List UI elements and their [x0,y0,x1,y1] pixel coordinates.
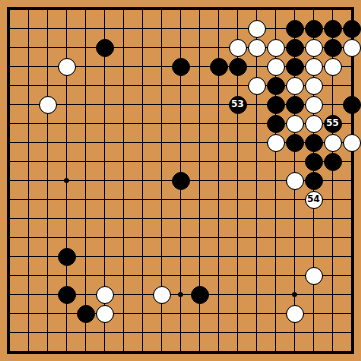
intersection[interactable] [342,19,361,38]
intersection[interactable] [57,304,76,323]
intersection[interactable] [285,228,304,247]
intersection[interactable] [57,266,76,285]
intersection[interactable] [190,285,209,304]
intersection[interactable] [247,133,266,152]
intersection[interactable] [190,342,209,361]
intersection[interactable] [323,0,342,19]
intersection[interactable] [304,19,323,38]
intersection[interactable] [133,57,152,76]
intersection[interactable] [0,114,19,133]
intersection[interactable] [285,19,304,38]
intersection[interactable] [266,266,285,285]
intersection[interactable] [171,57,190,76]
intersection[interactable] [133,95,152,114]
intersection[interactable] [209,285,228,304]
intersection[interactable] [152,266,171,285]
intersection[interactable] [57,57,76,76]
intersection[interactable] [342,38,361,57]
intersection[interactable] [209,152,228,171]
intersection[interactable] [247,228,266,247]
intersection[interactable] [76,209,95,228]
intersection[interactable] [323,57,342,76]
intersection[interactable] [171,190,190,209]
intersection[interactable] [323,190,342,209]
intersection[interactable] [19,38,38,57]
intersection[interactable] [209,209,228,228]
intersection[interactable] [190,0,209,19]
intersection[interactable] [228,76,247,95]
intersection[interactable] [0,209,19,228]
intersection[interactable] [190,19,209,38]
intersection[interactable] [0,95,19,114]
intersection[interactable] [323,152,342,171]
intersection[interactable] [152,228,171,247]
intersection[interactable] [190,133,209,152]
intersection[interactable] [171,304,190,323]
intersection[interactable] [190,266,209,285]
intersection[interactable] [95,114,114,133]
intersection[interactable] [57,171,76,190]
intersection[interactable] [247,0,266,19]
intersection[interactable] [285,209,304,228]
intersection[interactable] [19,57,38,76]
intersection[interactable] [0,0,19,19]
intersection[interactable] [304,247,323,266]
intersection[interactable] [76,76,95,95]
intersection[interactable] [95,247,114,266]
intersection[interactable] [190,152,209,171]
intersection[interactable] [285,171,304,190]
intersection[interactable] [304,114,323,133]
intersection[interactable] [190,190,209,209]
intersection[interactable] [38,228,57,247]
intersection[interactable] [266,285,285,304]
intersection[interactable] [152,152,171,171]
intersection[interactable] [228,114,247,133]
intersection[interactable] [152,285,171,304]
intersection[interactable] [285,76,304,95]
intersection[interactable] [171,266,190,285]
intersection[interactable] [190,38,209,57]
intersection[interactable] [247,342,266,361]
intersection[interactable] [266,342,285,361]
intersection[interactable] [0,247,19,266]
intersection[interactable] [0,38,19,57]
intersection[interactable] [57,323,76,342]
intersection[interactable] [133,38,152,57]
intersection[interactable] [114,57,133,76]
intersection[interactable] [133,171,152,190]
intersection[interactable] [114,19,133,38]
intersection[interactable] [247,285,266,304]
intersection[interactable] [209,190,228,209]
intersection[interactable] [76,0,95,19]
intersection[interactable] [38,323,57,342]
intersection[interactable] [133,133,152,152]
intersection[interactable] [323,285,342,304]
intersection[interactable] [114,304,133,323]
intersection[interactable] [0,342,19,361]
intersection[interactable] [19,0,38,19]
intersection[interactable] [19,152,38,171]
intersection[interactable] [171,19,190,38]
intersection[interactable] [95,304,114,323]
intersection[interactable] [266,19,285,38]
intersection[interactable] [285,285,304,304]
intersection[interactable] [171,342,190,361]
intersection[interactable] [57,95,76,114]
intersection[interactable] [304,152,323,171]
intersection[interactable] [209,57,228,76]
intersection[interactable] [0,19,19,38]
intersection[interactable] [133,19,152,38]
intersection[interactable] [228,152,247,171]
intersection[interactable] [342,95,361,114]
intersection[interactable] [209,266,228,285]
intersection[interactable] [76,342,95,361]
intersection[interactable] [285,114,304,133]
intersection[interactable] [95,0,114,19]
intersection[interactable] [190,57,209,76]
intersection[interactable] [266,76,285,95]
intersection[interactable] [304,228,323,247]
intersection[interactable] [171,133,190,152]
intersection[interactable] [266,152,285,171]
intersection[interactable] [285,266,304,285]
intersection[interactable] [228,323,247,342]
intersection[interactable] [190,114,209,133]
intersection[interactable] [171,323,190,342]
intersection[interactable] [38,304,57,323]
intersection[interactable] [190,95,209,114]
intersection[interactable] [114,247,133,266]
intersection[interactable] [0,323,19,342]
intersection[interactable] [38,0,57,19]
intersection[interactable] [19,171,38,190]
intersection[interactable] [152,38,171,57]
intersection[interactable] [152,19,171,38]
intersection[interactable] [76,171,95,190]
intersection[interactable] [228,171,247,190]
intersection[interactable] [95,190,114,209]
intersection[interactable] [95,209,114,228]
intersection[interactable] [38,247,57,266]
intersection[interactable] [266,0,285,19]
intersection[interactable] [304,285,323,304]
intersection[interactable] [171,285,190,304]
intersection[interactable] [285,57,304,76]
intersection[interactable] [342,190,361,209]
intersection[interactable] [342,0,361,19]
intersection[interactable] [247,209,266,228]
intersection[interactable] [266,247,285,266]
intersection[interactable] [323,19,342,38]
intersection[interactable] [342,228,361,247]
intersection[interactable] [304,0,323,19]
intersection[interactable] [342,266,361,285]
intersection[interactable] [114,171,133,190]
intersection[interactable] [323,247,342,266]
intersection[interactable] [95,57,114,76]
intersection[interactable] [57,228,76,247]
intersection[interactable] [209,133,228,152]
intersection[interactable] [152,247,171,266]
intersection[interactable] [133,209,152,228]
intersection[interactable] [171,209,190,228]
intersection[interactable] [209,76,228,95]
intersection[interactable] [152,171,171,190]
intersection[interactable] [247,38,266,57]
intersection[interactable] [323,304,342,323]
intersection[interactable] [247,304,266,323]
intersection[interactable] [171,228,190,247]
intersection[interactable] [57,152,76,171]
intersection[interactable] [95,228,114,247]
intersection[interactable] [228,266,247,285]
intersection[interactable] [171,171,190,190]
intersection[interactable] [57,342,76,361]
intersection[interactable] [266,38,285,57]
intersection[interactable] [266,114,285,133]
intersection[interactable]: 54 [304,190,323,209]
intersection[interactable] [95,95,114,114]
intersection[interactable] [152,114,171,133]
intersection[interactable] [95,38,114,57]
intersection[interactable] [228,19,247,38]
intersection[interactable] [304,342,323,361]
intersection[interactable] [38,209,57,228]
intersection[interactable] [19,95,38,114]
intersection[interactable] [228,209,247,228]
intersection[interactable] [323,323,342,342]
intersection[interactable] [114,152,133,171]
intersection[interactable] [266,133,285,152]
intersection[interactable] [285,95,304,114]
intersection[interactable] [190,304,209,323]
intersection[interactable] [171,76,190,95]
intersection[interactable] [38,190,57,209]
intersection[interactable] [76,190,95,209]
intersection[interactable] [285,342,304,361]
intersection[interactable] [304,266,323,285]
intersection[interactable] [228,304,247,323]
intersection[interactable] [285,323,304,342]
intersection[interactable] [285,133,304,152]
intersection[interactable] [323,171,342,190]
intersection[interactable] [19,266,38,285]
intersection[interactable] [0,57,19,76]
intersection[interactable] [38,152,57,171]
intersection[interactable] [152,133,171,152]
intersection[interactable] [133,323,152,342]
intersection[interactable] [19,285,38,304]
intersection[interactable] [342,57,361,76]
intersection[interactable] [304,209,323,228]
intersection[interactable] [0,76,19,95]
intersection[interactable] [0,171,19,190]
intersection[interactable] [247,266,266,285]
intersection[interactable] [285,38,304,57]
intersection[interactable] [323,266,342,285]
intersection[interactable] [57,247,76,266]
intersection[interactable] [76,57,95,76]
intersection[interactable] [342,152,361,171]
intersection[interactable] [114,190,133,209]
intersection[interactable] [304,304,323,323]
intersection[interactable] [323,209,342,228]
intersection[interactable] [19,304,38,323]
intersection[interactable] [323,95,342,114]
intersection[interactable] [0,152,19,171]
intersection[interactable] [114,342,133,361]
intersection[interactable] [133,114,152,133]
intersection[interactable] [133,76,152,95]
intersection[interactable] [228,38,247,57]
intersection[interactable] [209,38,228,57]
intersection[interactable] [95,76,114,95]
intersection[interactable] [19,209,38,228]
intersection[interactable] [38,95,57,114]
intersection[interactable] [323,133,342,152]
intersection[interactable] [114,228,133,247]
intersection[interactable] [266,209,285,228]
intersection[interactable] [247,76,266,95]
intersection[interactable] [209,0,228,19]
intersection[interactable] [133,285,152,304]
intersection[interactable] [76,152,95,171]
intersection[interactable] [304,171,323,190]
intersection[interactable] [38,19,57,38]
intersection[interactable] [19,114,38,133]
intersection[interactable] [19,190,38,209]
intersection[interactable] [133,228,152,247]
intersection[interactable] [76,133,95,152]
intersection[interactable] [114,209,133,228]
intersection[interactable] [152,323,171,342]
intersection[interactable] [228,0,247,19]
intersection[interactable] [304,76,323,95]
intersection[interactable] [266,171,285,190]
intersection[interactable] [323,38,342,57]
intersection[interactable] [247,323,266,342]
intersection[interactable] [57,19,76,38]
intersection[interactable] [0,133,19,152]
intersection[interactable] [323,342,342,361]
intersection[interactable] [38,114,57,133]
intersection[interactable] [57,38,76,57]
intersection[interactable] [209,247,228,266]
intersection[interactable] [19,247,38,266]
intersection[interactable] [95,19,114,38]
intersection[interactable]: 55 [323,114,342,133]
intersection[interactable] [133,190,152,209]
intersection[interactable] [266,190,285,209]
intersection[interactable] [114,266,133,285]
intersection[interactable] [228,342,247,361]
intersection[interactable] [285,152,304,171]
intersection[interactable] [152,95,171,114]
intersection[interactable] [114,323,133,342]
intersection[interactable] [114,76,133,95]
intersection[interactable] [114,285,133,304]
intersection[interactable] [247,19,266,38]
intersection[interactable] [57,0,76,19]
intersection[interactable] [323,76,342,95]
intersection[interactable] [57,190,76,209]
intersection[interactable] [285,304,304,323]
intersection[interactable] [228,285,247,304]
intersection[interactable] [228,190,247,209]
intersection[interactable] [152,0,171,19]
intersection[interactable] [19,228,38,247]
intersection[interactable] [171,152,190,171]
intersection[interactable] [76,19,95,38]
intersection[interactable] [76,38,95,57]
intersection[interactable] [304,323,323,342]
intersection[interactable] [95,323,114,342]
intersection[interactable] [342,342,361,361]
intersection[interactable] [342,247,361,266]
intersection[interactable] [228,57,247,76]
intersection[interactable] [57,76,76,95]
intersection[interactable] [247,190,266,209]
intersection[interactable] [190,171,209,190]
intersection[interactable] [95,171,114,190]
intersection[interactable] [209,114,228,133]
intersection[interactable] [190,247,209,266]
intersection[interactable] [342,323,361,342]
intersection[interactable] [95,133,114,152]
intersection[interactable] [19,323,38,342]
intersection[interactable] [152,76,171,95]
intersection[interactable] [342,76,361,95]
intersection[interactable] [247,114,266,133]
intersection[interactable] [114,95,133,114]
intersection[interactable] [266,323,285,342]
intersection[interactable] [95,152,114,171]
intersection[interactable] [152,304,171,323]
intersection[interactable] [304,57,323,76]
intersection[interactable] [57,133,76,152]
intersection[interactable] [209,19,228,38]
intersection[interactable] [342,209,361,228]
intersection[interactable] [247,57,266,76]
intersection[interactable] [76,285,95,304]
intersection[interactable] [266,95,285,114]
intersection[interactable] [133,304,152,323]
intersection[interactable] [152,57,171,76]
intersection[interactable] [114,0,133,19]
intersection[interactable] [38,285,57,304]
intersection[interactable] [247,247,266,266]
intersection[interactable] [190,209,209,228]
intersection[interactable] [95,342,114,361]
intersection[interactable] [76,323,95,342]
intersection[interactable] [95,266,114,285]
intersection[interactable] [228,228,247,247]
intersection[interactable] [228,133,247,152]
intersection[interactable] [171,114,190,133]
intersection[interactable] [114,133,133,152]
intersection[interactable] [95,285,114,304]
intersection[interactable] [209,323,228,342]
intersection[interactable] [323,228,342,247]
intersection[interactable] [57,114,76,133]
intersection[interactable] [76,247,95,266]
intersection[interactable] [209,95,228,114]
intersection[interactable] [133,247,152,266]
intersection[interactable] [285,190,304,209]
